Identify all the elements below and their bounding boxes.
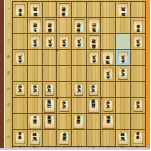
piece-gote-silver[interactable]: 銀将 [44, 19, 55, 33]
piece-kanji: 将 [62, 137, 66, 141]
piece-gote-lance[interactable]: 香車 [15, 3, 25, 16]
piece-sente-bishop[interactable]: 角行 [44, 99, 56, 114]
piece-kanji: 兵 [18, 89, 22, 93]
piece-sente-lance[interactable]: 香車 [133, 132, 143, 145]
piece-gote-silver[interactable]: 銀将 [88, 35, 99, 49]
piece-gote-pawn[interactable]: 歩兵 [74, 36, 84, 49]
square-95[interactable] [13, 66, 28, 82]
piece-kanji: 将 [48, 23, 52, 27]
piece-sente-rook[interactable]: 飛車 [102, 115, 114, 130]
square-54[interactable] [72, 50, 87, 66]
piece-sente-pawn[interactable]: 歩兵 [45, 84, 55, 97]
piece-kanji: 車 [106, 55, 110, 59]
square-17[interactable]: 歩兵 [131, 98, 146, 114]
piece-gote-knight[interactable]: 桂馬 [118, 3, 129, 17]
piece-kanji: 馬 [33, 137, 37, 141]
piece-gote-pawn[interactable]: 歩兵 [59, 36, 69, 49]
square-39[interactable] [101, 130, 116, 146]
square-67[interactable]: 歩兵 [57, 98, 72, 114]
piece-sente-pawn[interactable]: 歩兵 [30, 84, 40, 97]
square-86[interactable]: 歩兵 [28, 82, 43, 98]
square-46[interactable]: 歩兵 [87, 82, 102, 98]
square-51[interactable] [72, 2, 87, 18]
square-88[interactable]: 王将 [28, 114, 43, 130]
square-56[interactable]: 歩兵 [72, 82, 87, 98]
piece-gote-pawn[interactable]: 歩兵 [15, 52, 25, 65]
square-55[interactable] [72, 66, 87, 82]
square-59[interactable] [72, 130, 87, 146]
piece-gote-knight[interactable]: 桂馬 [30, 3, 41, 17]
piece-gote-pawn[interactable]: 歩兵 [133, 36, 143, 49]
square-79[interactable] [43, 130, 58, 146]
piece-gote-gold[interactable]: 金将 [59, 3, 70, 17]
piece-kanji: 兵 [106, 105, 110, 109]
square-87[interactable] [28, 98, 43, 114]
square-36[interactable] [101, 82, 116, 98]
piece-sente-knight[interactable]: 桂馬 [118, 131, 129, 145]
piece-sente-gold[interactable]: 金将 [73, 115, 84, 129]
piece-kanji: 兵 [77, 89, 81, 93]
square-44[interactable]: 歩兵 [87, 50, 102, 66]
piece-kanji: 兵 [18, 55, 22, 59]
piece-sente-pawn[interactable]: 歩兵 [15, 84, 25, 97]
square-12[interactable]: 香車 [131, 18, 146, 34]
piece-gote-pawn[interactable]: 歩兵 [103, 68, 113, 81]
square-25[interactable]: 歩兵 [116, 66, 131, 82]
square-65[interactable] [57, 66, 72, 82]
square-82[interactable]: 玉将 [28, 18, 43, 34]
square-37[interactable]: 歩兵 [101, 98, 116, 114]
piece-kanji: 兵 [121, 73, 125, 77]
piece-kanji: 車 [18, 7, 22, 11]
shogi-app-window: 香車桂馬金将桂馬玉将銀将金将角行香車歩兵歩兵歩兵歩兵銀将歩兵歩兵歩兵飛車歩兵歩兵… [0, 0, 150, 150]
square-26[interactable] [116, 82, 131, 98]
square-83[interactable]: 歩兵 [28, 34, 43, 50]
square-31[interactable] [101, 2, 116, 18]
piece-kanji: 兵 [62, 105, 66, 109]
rank-label-1: 一 [5, 8, 12, 11]
piece-kanji: 兵 [77, 39, 81, 43]
square-76[interactable]: 歩兵 [43, 82, 58, 98]
piece-sente-silver[interactable]: 銀将 [44, 115, 55, 129]
piece-sente-pawn[interactable]: 歩兵 [59, 100, 69, 113]
piece-sente-gold[interactable]: 金将 [59, 131, 70, 145]
square-58[interactable]: 金将 [72, 114, 87, 130]
piece-kanji: 兵 [33, 39, 37, 43]
piece-kanji: 兵 [48, 89, 52, 93]
square-13[interactable]: 歩兵 [131, 34, 146, 50]
square-63[interactable]: 歩兵 [57, 34, 72, 50]
piece-gote-bishop[interactable]: 角行 [88, 19, 100, 34]
piece-sente-knight[interactable]: 桂馬 [30, 131, 41, 145]
rank-label-6: 六 [5, 88, 12, 91]
piece-gote-pawn[interactable]: 歩兵 [89, 52, 99, 65]
piece-sente-pawn[interactable]: 歩兵 [74, 84, 84, 97]
piece-kanji: 兵 [92, 89, 96, 93]
rank-label-4: 四 [5, 56, 12, 59]
square-49[interactable] [87, 130, 102, 146]
shogi-board: 香車桂馬金将桂馬玉将銀将金将角行香車歩兵歩兵歩兵歩兵銀将歩兵歩兵歩兵飛車歩兵歩兵… [5, 0, 146, 148]
piece-kanji: 将 [33, 23, 37, 27]
square-81[interactable]: 桂馬 [28, 2, 43, 18]
piece-kanji: 行 [92, 23, 96, 27]
piece-gote-pawn[interactable]: 歩兵 [30, 36, 40, 49]
piece-kanji: 兵 [136, 39, 140, 43]
piece-kanji: 兵 [106, 71, 110, 75]
square-38[interactable]: 飛車 [101, 114, 116, 130]
rank-label-7: 七 [5, 104, 12, 107]
square-52[interactable]: 金将 [72, 18, 87, 34]
square-53[interactable]: 歩兵 [72, 34, 87, 50]
piece-kanji: 車 [136, 23, 140, 27]
square-78[interactable]: 銀将 [43, 114, 58, 130]
square-24[interactable]: 歩兵 [116, 50, 131, 66]
square-48[interactable] [87, 114, 102, 130]
piece-kanji: 兵 [121, 55, 125, 59]
square-72[interactable]: 銀将 [43, 18, 58, 34]
square-41[interactable] [87, 2, 102, 18]
square-22[interactable] [116, 18, 131, 34]
square-68[interactable] [57, 114, 72, 130]
square-77[interactable]: 角行 [43, 98, 58, 114]
piece-kanji: 将 [48, 120, 52, 124]
piece-sente-lance[interactable]: 香車 [15, 132, 25, 145]
piece-kanji: 将 [62, 7, 66, 11]
square-16[interactable] [131, 82, 146, 98]
square-85[interactable] [28, 66, 43, 82]
piece-sente-silver[interactable]: 銀将 [88, 99, 99, 113]
square-45[interactable] [87, 66, 102, 82]
piece-kanji: 兵 [33, 89, 37, 93]
square-57[interactable] [72, 98, 87, 114]
square-71[interactable] [43, 2, 58, 18]
piece-kanji: 兵 [136, 105, 140, 109]
square-73[interactable]: 歩兵 [43, 34, 58, 50]
rank-label-5: 五 [5, 72, 12, 75]
right-edge-bar [146, 0, 151, 148]
piece-sente-pawn[interactable]: 歩兵 [103, 100, 113, 113]
piece-kanji: 車 [106, 120, 110, 124]
square-93[interactable] [13, 34, 28, 50]
piece-kanji: 兵 [92, 55, 96, 59]
rank-label-2: 二 [5, 24, 12, 27]
square-11[interactable] [131, 2, 146, 18]
square-66[interactable] [57, 82, 72, 98]
square-29[interactable]: 桂馬 [116, 130, 131, 146]
square-99[interactable]: 香車 [13, 130, 28, 146]
square-97[interactable] [13, 98, 28, 114]
bottom-window-strip [0, 148, 150, 151]
piece-kanji: 兵 [62, 39, 66, 43]
piece-kanji: 将 [77, 23, 81, 27]
piece-kanji: 将 [77, 120, 81, 124]
square-21[interactable]: 桂馬 [116, 2, 131, 18]
square-18[interactable] [131, 114, 146, 130]
square-27[interactable] [116, 98, 131, 114]
square-32[interactable] [101, 18, 116, 34]
square-33[interactable] [101, 34, 116, 50]
square-47[interactable]: 銀将 [87, 98, 102, 114]
square-89[interactable]: 桂馬 [28, 130, 43, 146]
board-grid: 香車桂馬金将桂馬玉将銀将金将角行香車歩兵歩兵歩兵歩兵銀将歩兵歩兵歩兵飛車歩兵歩兵… [12, 1, 146, 147]
rank-label-3: 三 [5, 40, 12, 43]
piece-gote-lance[interactable]: 香車 [133, 19, 143, 32]
piece-kanji: 車 [136, 137, 140, 141]
piece-sente-pawn[interactable]: 歩兵 [89, 84, 99, 97]
square-34[interactable]: 飛車 [101, 50, 116, 66]
square-61[interactable]: 金将 [57, 2, 72, 18]
piece-gote-pawn[interactable]: 歩兵 [118, 52, 128, 65]
piece-kanji: 将 [92, 39, 96, 43]
piece-kanji: 馬 [33, 7, 37, 11]
square-94[interactable]: 歩兵 [13, 50, 28, 66]
square-43[interactable]: 銀将 [87, 34, 102, 50]
piece-gote-gold[interactable]: 金将 [73, 19, 84, 33]
square-19[interactable]: 香車 [131, 130, 146, 146]
square-14[interactable] [131, 50, 146, 66]
square-96[interactable]: 歩兵 [13, 82, 28, 98]
piece-sente-pawn[interactable]: 歩兵 [118, 68, 128, 81]
piece-gote-pawn[interactable]: 歩兵 [45, 36, 55, 49]
rank-label-8: 八 [5, 120, 12, 123]
piece-kanji: 馬 [121, 7, 125, 11]
piece-sente-king[interactable]: 王将 [29, 114, 41, 129]
piece-kanji: 将 [92, 104, 96, 108]
square-35[interactable]: 歩兵 [101, 66, 116, 82]
square-74[interactable] [43, 50, 58, 66]
square-42[interactable]: 角行 [87, 18, 102, 34]
square-69[interactable]: 金将 [57, 130, 72, 146]
square-98[interactable] [13, 114, 28, 130]
piece-kanji: 行 [48, 104, 52, 108]
piece-sente-pawn[interactable]: 歩兵 [133, 100, 143, 113]
piece-kanji: 車 [18, 137, 22, 141]
square-15[interactable] [131, 66, 146, 82]
rank-label-9: 九 [5, 136, 12, 139]
square-62[interactable] [57, 18, 72, 34]
piece-kanji: 兵 [48, 39, 52, 43]
square-91[interactable]: 香車 [13, 2, 28, 18]
square-84[interactable] [28, 50, 43, 66]
square-23[interactable] [116, 34, 131, 50]
square-64[interactable] [57, 50, 72, 66]
square-75[interactable] [43, 66, 58, 82]
piece-kanji: 将 [33, 120, 37, 124]
piece-kanji: 馬 [121, 137, 125, 141]
square-92[interactable] [13, 18, 28, 34]
square-28[interactable] [116, 114, 131, 130]
piece-gote-king[interactable]: 玉将 [29, 18, 41, 33]
piece-gote-rook[interactable]: 飛車 [102, 51, 114, 66]
